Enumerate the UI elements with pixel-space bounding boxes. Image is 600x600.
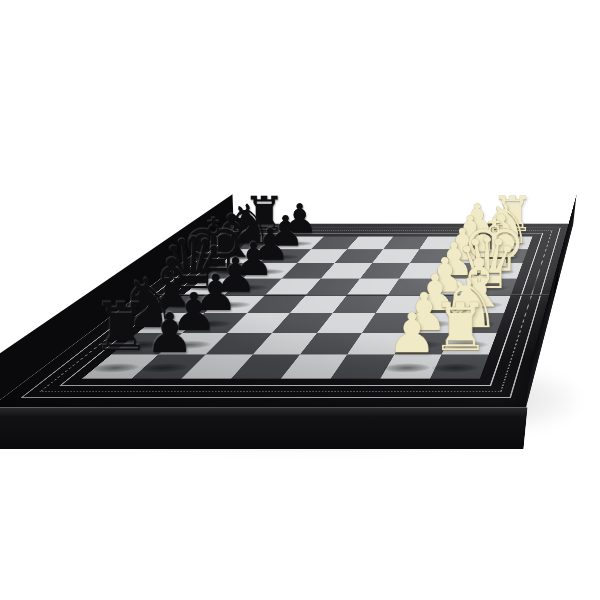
piece-white-rook-a1[interactable]: ♜	[408, 295, 512, 367]
square-b5[interactable]	[253, 333, 317, 355]
chess-set-photo: ♜♟♟♜♞♟♟♞♝♟♟♝♚♟♟♚♛♟♟♛♝♟♟♝♞♟♟♞♜♟♟♜	[0, 0, 600, 600]
piece-glyph: ♟	[117, 305, 221, 360]
piece-glyph: ♜	[408, 295, 512, 361]
square-a4[interactable]	[281, 354, 347, 378]
piece-black-pawn-a7[interactable]: ♟	[117, 305, 221, 366]
square-d5[interactable]	[290, 295, 347, 313]
case-latch	[553, 268, 559, 299]
square-c5[interactable]	[272, 313, 333, 333]
square-b4[interactable]	[300, 333, 362, 355]
case-front-side	[0, 408, 528, 449]
chess-board: ♜♟♟♜♞♟♟♞♝♟♟♝♚♟♟♚♛♟♟♛♝♟♟♝♞♟♟♞♜♟♟♜	[0, 224, 573, 408]
square-a5[interactable]	[231, 354, 300, 378]
